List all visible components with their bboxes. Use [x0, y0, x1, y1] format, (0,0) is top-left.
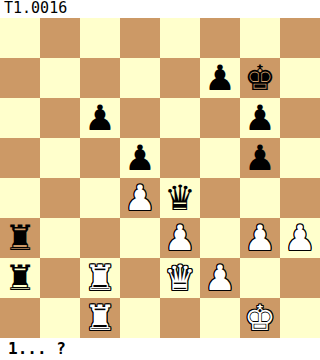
square-a1[interactable] — [0, 298, 40, 338]
black-pawn-f7: ♟ — [204, 58, 235, 98]
square-h7[interactable] — [280, 58, 320, 98]
square-h8[interactable] — [280, 18, 320, 58]
square-c7[interactable] — [80, 58, 120, 98]
black-king-g7: ♚ — [244, 58, 275, 98]
black-queen-e4: ♛ — [164, 178, 195, 218]
square-d3[interactable] — [120, 218, 160, 258]
square-c4[interactable] — [80, 178, 120, 218]
square-f7[interactable]: ♟ — [200, 58, 240, 98]
chess-board: ♟♚♟♟♟♟♟♛♜♟♟♟♜♜♛♟♜♚ — [0, 18, 320, 338]
square-g5[interactable]: ♟ — [240, 138, 280, 178]
square-c6[interactable]: ♟ — [80, 98, 120, 138]
square-f8[interactable] — [200, 18, 240, 58]
square-h5[interactable] — [280, 138, 320, 178]
square-g2[interactable] — [240, 258, 280, 298]
white-pawn-g3: ♟ — [244, 218, 275, 258]
square-c2[interactable]: ♜ — [80, 258, 120, 298]
white-queen-e2: ♛ — [164, 258, 195, 298]
white-pawn-f2: ♟ — [204, 258, 235, 298]
white-king-g1: ♚ — [244, 298, 275, 338]
square-g7[interactable]: ♚ — [240, 58, 280, 98]
square-b6[interactable] — [40, 98, 80, 138]
square-a2[interactable]: ♜ — [0, 258, 40, 298]
square-e7[interactable] — [160, 58, 200, 98]
square-d4[interactable]: ♟ — [120, 178, 160, 218]
square-b2[interactable] — [40, 258, 80, 298]
square-a5[interactable] — [0, 138, 40, 178]
puzzle-id: T1.0016 — [4, 0, 67, 18]
white-rook-c2: ♜ — [84, 258, 115, 298]
square-a4[interactable] — [0, 178, 40, 218]
square-a8[interactable] — [0, 18, 40, 58]
square-f4[interactable] — [200, 178, 240, 218]
black-pawn-d5: ♟ — [124, 138, 155, 178]
square-e8[interactable] — [160, 18, 200, 58]
square-d7[interactable] — [120, 58, 160, 98]
square-f3[interactable] — [200, 218, 240, 258]
square-g1[interactable]: ♚ — [240, 298, 280, 338]
square-e6[interactable] — [160, 98, 200, 138]
square-b7[interactable] — [40, 58, 80, 98]
square-d1[interactable] — [120, 298, 160, 338]
square-d2[interactable] — [120, 258, 160, 298]
square-b5[interactable] — [40, 138, 80, 178]
square-b4[interactable] — [40, 178, 80, 218]
white-pawn-d4: ♟ — [124, 178, 155, 218]
square-a6[interactable] — [0, 98, 40, 138]
square-e5[interactable] — [160, 138, 200, 178]
chess-puzzle-page: T1.0016 ♟♚♟♟♟♟♟♛♜♟♟♟♜♜♛♟♜♚ 1... ? — [0, 0, 320, 360]
black-pawn-g5: ♟ — [244, 138, 275, 178]
square-b3[interactable] — [40, 218, 80, 258]
square-e3[interactable]: ♟ — [160, 218, 200, 258]
square-e4[interactable]: ♛ — [160, 178, 200, 218]
square-f1[interactable] — [200, 298, 240, 338]
square-f2[interactable]: ♟ — [200, 258, 240, 298]
square-g8[interactable] — [240, 18, 280, 58]
white-rook-c1: ♜ — [84, 298, 115, 338]
black-rook-a2: ♜ — [4, 258, 35, 298]
square-a3[interactable]: ♜ — [0, 218, 40, 258]
square-f6[interactable] — [200, 98, 240, 138]
white-pawn-e3: ♟ — [164, 218, 195, 258]
black-pawn-g6: ♟ — [244, 98, 275, 138]
square-a7[interactable] — [0, 58, 40, 98]
square-e1[interactable] — [160, 298, 200, 338]
square-h6[interactable] — [280, 98, 320, 138]
square-d8[interactable] — [120, 18, 160, 58]
square-c8[interactable] — [80, 18, 120, 58]
square-h4[interactable] — [280, 178, 320, 218]
square-g6[interactable]: ♟ — [240, 98, 280, 138]
square-g4[interactable] — [240, 178, 280, 218]
square-c5[interactable] — [80, 138, 120, 178]
square-h2[interactable] — [280, 258, 320, 298]
square-h1[interactable] — [280, 298, 320, 338]
black-rook-a3: ♜ — [4, 218, 35, 258]
white-pawn-h3: ♟ — [284, 218, 315, 258]
square-b1[interactable] — [40, 298, 80, 338]
square-b8[interactable] — [40, 18, 80, 58]
square-d6[interactable] — [120, 98, 160, 138]
square-g3[interactable]: ♟ — [240, 218, 280, 258]
square-c1[interactable]: ♜ — [80, 298, 120, 338]
move-prompt: 1... ? — [8, 338, 66, 360]
square-e2[interactable]: ♛ — [160, 258, 200, 298]
black-pawn-c6: ♟ — [84, 98, 115, 138]
square-h3[interactable]: ♟ — [280, 218, 320, 258]
square-f5[interactable] — [200, 138, 240, 178]
square-d5[interactable]: ♟ — [120, 138, 160, 178]
square-c3[interactable] — [80, 218, 120, 258]
